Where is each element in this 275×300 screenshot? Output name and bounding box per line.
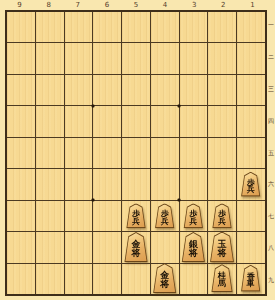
file-labels: 987654321: [5, 0, 267, 10]
piece-kanji-label: 金将: [124, 232, 148, 262]
piece-lance[interactable]: 香車: [241, 265, 261, 292]
kanji-char: 将: [132, 249, 141, 258]
piece-layer: 歩兵歩兵歩兵歩兵歩兵金将銀将玉将金将桂馬香車: [7, 12, 265, 294]
rank-label: 一: [267, 10, 275, 42]
rank-label: 七: [267, 201, 275, 233]
piece-pawn[interactable]: 歩兵: [212, 203, 232, 228]
piece-kanji-label: 歩兵: [126, 203, 146, 228]
star-point: [92, 199, 95, 202]
kanji-char: 兵: [161, 217, 169, 225]
rank-label: 六: [267, 169, 275, 201]
shogi-diagram: 987654321 一二三四五六七八九 歩兵歩兵歩兵歩兵歩兵金将銀将玉将金将桂馬…: [0, 0, 275, 300]
piece-kanji-label: 金将: [153, 263, 177, 293]
piece-kanji-label: 香車: [241, 265, 261, 292]
rank-label: 二: [267, 42, 275, 74]
piece-gold[interactable]: 金将: [124, 232, 148, 262]
piece-kanji-label: 銀将: [181, 232, 205, 262]
kanji-char: 馬: [218, 280, 226, 288]
rank-label: 三: [267, 74, 275, 106]
piece-kanji-label: 歩兵: [183, 203, 203, 228]
piece-pawn[interactable]: 歩兵: [183, 203, 203, 228]
kanji-char: 将: [160, 280, 169, 289]
file-label: 4: [151, 0, 180, 10]
piece-kanji-label: 歩兵: [155, 203, 175, 228]
piece-pawn[interactable]: 歩兵: [155, 203, 175, 228]
star-point: [178, 105, 181, 108]
kanji-char: 将: [189, 249, 198, 258]
rank-label: 四: [267, 105, 275, 137]
file-label: 1: [238, 0, 267, 10]
rank-labels: 一二三四五六七八九: [267, 10, 275, 296]
piece-king[interactable]: 玉将: [210, 232, 235, 263]
star-point: [178, 199, 181, 202]
kanji-char: 車: [247, 280, 255, 288]
kanji-char: 兵: [132, 217, 140, 225]
kanji-char: 兵: [247, 186, 255, 194]
shogi-board: 歩兵歩兵歩兵歩兵歩兵金将銀将玉将金将桂馬香車: [5, 10, 267, 296]
rank-label: 九: [267, 264, 275, 296]
rank-label: 八: [267, 232, 275, 264]
file-label: 6: [92, 0, 121, 10]
piece-gold[interactable]: 金将: [153, 263, 177, 293]
file-label: 8: [34, 0, 63, 10]
kanji-char: 将: [218, 249, 227, 258]
file-label: 2: [209, 0, 238, 10]
rank-label: 五: [267, 137, 275, 169]
file-label: 7: [63, 0, 92, 10]
piece-knight[interactable]: 桂馬: [211, 264, 233, 292]
piece-kanji-label: 歩兵: [212, 203, 232, 228]
kanji-char: 兵: [189, 217, 197, 225]
file-label: 5: [121, 0, 150, 10]
piece-kanji-label: 玉将: [210, 232, 235, 263]
kanji-char: 兵: [218, 217, 226, 225]
piece-pawn[interactable]: 歩兵: [126, 203, 146, 228]
piece-silver[interactable]: 銀将: [181, 232, 205, 262]
piece-kanji-label: 歩兵: [241, 172, 261, 197]
file-label: 9: [5, 0, 34, 10]
file-label: 3: [180, 0, 209, 10]
star-point: [92, 105, 95, 108]
piece-pawn[interactable]: 歩兵: [241, 172, 261, 197]
piece-kanji-label: 桂馬: [211, 264, 233, 292]
